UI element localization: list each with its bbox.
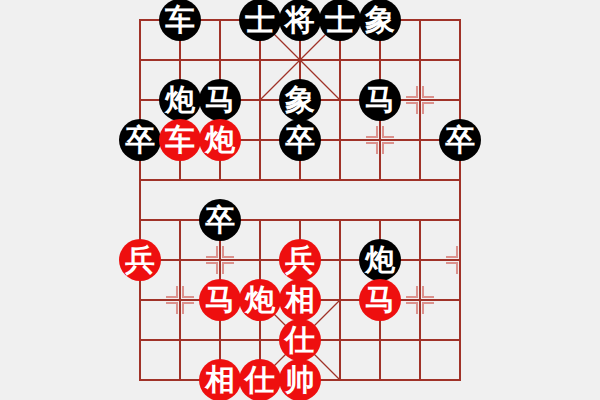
piece-black-elephant[interactable]: 象 [279,79,321,121]
marker-corner [406,86,418,98]
last-move-marker [206,246,234,274]
marker-corner [422,86,434,98]
marker-corner [206,262,218,274]
piece-red-chariot[interactable]: 车 [159,119,201,161]
piece-red-horse[interactable]: 马 [199,279,241,321]
piece-red-general[interactable]: 帅 [279,359,321,400]
piece-black-cannon[interactable]: 炮 [359,239,401,281]
piece-black-pawn[interactable]: 卒 [439,119,481,161]
piece-red-cannon[interactable]: 炮 [199,119,241,161]
marker-corner [406,102,418,114]
marker-corner [182,286,194,298]
piece-black-general[interactable]: 将 [279,0,321,41]
last-move-marker [166,286,194,314]
piece-black-cannon[interactable]: 炮 [159,79,201,121]
piece-black-advisor[interactable]: 士 [319,0,361,41]
piece-red-elephant[interactable]: 相 [199,359,241,400]
marker-corner [382,126,394,138]
piece-red-advisor[interactable]: 仕 [279,319,321,361]
xiangqi-app-window: 车士将士象炮马象马卒车炮卒卒卒兵兵炮马炮相马仕相仕帅 [0,0,600,400]
piece-black-advisor[interactable]: 士 [239,0,281,41]
marker-corner [446,246,458,258]
piece-red-horse[interactable]: 马 [359,279,401,321]
marker-corner [166,286,178,298]
last-move-marker [406,286,434,314]
piece-black-pawn[interactable]: 卒 [199,199,241,241]
piece-black-elephant[interactable]: 象 [359,0,401,41]
piece-black-chariot[interactable]: 车 [159,0,201,41]
marker-corner [366,142,378,154]
piece-red-cannon[interactable]: 炮 [239,279,281,321]
marker-corner [406,286,418,298]
marker-corner [406,302,418,314]
marker-corner [422,302,434,314]
marker-corner [422,286,434,298]
marker-corner [222,246,234,258]
marker-corner [422,102,434,114]
last-move-marker [406,86,434,114]
marker-corner [166,302,178,314]
piece-red-advisor[interactable]: 仕 [239,359,281,400]
piece-red-elephant[interactable]: 相 [279,279,321,321]
marker-corner [222,262,234,274]
last-move-marker [446,246,474,274]
piece-red-pawn[interactable]: 兵 [119,239,161,281]
piece-black-horse[interactable]: 马 [199,79,241,121]
marker-corner [182,302,194,314]
piece-black-pawn[interactable]: 卒 [119,119,161,161]
piece-red-pawn[interactable]: 兵 [279,239,321,281]
marker-corner [366,126,378,138]
marker-corner [206,246,218,258]
marker-corner [446,262,458,274]
last-move-marker [366,126,394,154]
marker-corner [382,142,394,154]
piece-black-horse[interactable]: 马 [359,79,401,121]
piece-black-pawn[interactable]: 卒 [279,119,321,161]
